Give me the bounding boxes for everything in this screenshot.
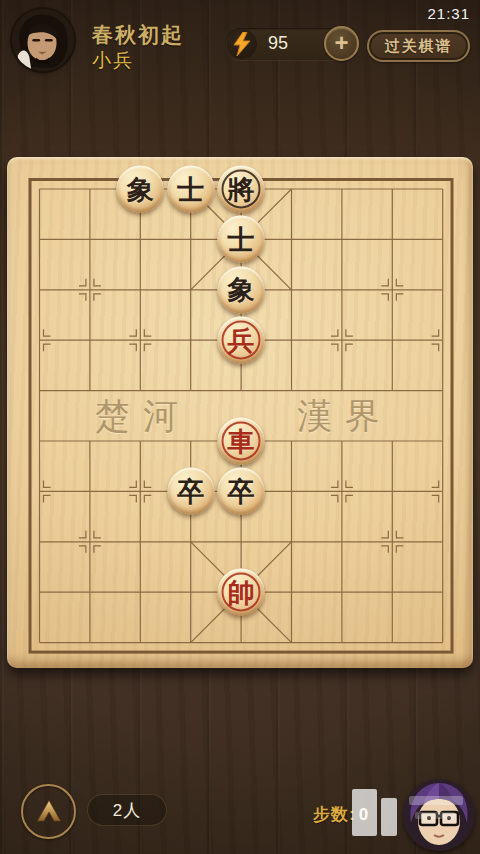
chevron-up-icon (31, 795, 67, 829)
xiangqi-board[interactable]: 楚河 漢界 象士將士象兵車卒卒帥 (7, 157, 473, 668)
piece-士[interactable]: 士 (218, 216, 265, 263)
piece-卒[interactable]: 卒 (218, 468, 265, 515)
expand-menu-button[interactable] (21, 784, 76, 839)
piece-象[interactable]: 象 (117, 166, 164, 213)
watermark (381, 798, 397, 836)
piece-帥[interactable]: 帥 (218, 569, 265, 616)
watermark (352, 789, 377, 836)
piece-車[interactable]: 車 (218, 418, 265, 465)
lightning-icon (227, 29, 257, 59)
watermark (409, 796, 463, 805)
piece-象[interactable]: 象 (218, 266, 265, 313)
piece-glyph: 車 (228, 427, 255, 455)
piece-士[interactable]: 士 (167, 166, 214, 213)
add-energy-button[interactable]: + (324, 26, 359, 61)
piece-glyph: 象 (127, 175, 154, 203)
warrior-portrait-image (12, 9, 74, 71)
watermark (415, 812, 455, 819)
piece-將[interactable]: 將 (218, 166, 265, 213)
pieces-layer: 象士將士象兵車卒卒帥 (7, 157, 473, 668)
energy-value: 95 (268, 33, 288, 54)
piece-glyph: 卒 (177, 477, 204, 505)
player-avatar[interactable] (12, 9, 74, 71)
piece-兵[interactable]: 兵 (218, 317, 265, 364)
clock-time: 21:31 (427, 5, 470, 22)
player-rank: 小兵 (92, 48, 134, 74)
stage-records-button[interactable]: 过关棋谱 (367, 30, 470, 62)
piece-glyph: 兵 (228, 326, 255, 354)
piece-glyph: 士 (228, 225, 255, 253)
step-counter-label: 步数: (313, 805, 356, 824)
piece-glyph: 象 (228, 276, 255, 304)
piece-glyph: 卒 (228, 477, 255, 505)
players-count-badge[interactable]: 2人 (87, 794, 167, 826)
piece-卒[interactable]: 卒 (167, 468, 214, 515)
piece-glyph: 將 (228, 175, 255, 203)
player-name: 春秋初起 (92, 21, 184, 49)
piece-glyph: 士 (177, 175, 204, 203)
piece-glyph: 帥 (228, 578, 255, 606)
